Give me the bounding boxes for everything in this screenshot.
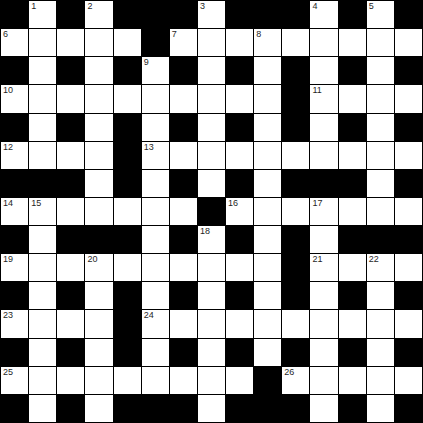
black-cell — [85, 226, 112, 253]
grid-cell[interactable] — [85, 310, 112, 337]
grid-cell[interactable] — [367, 367, 394, 394]
grid-cell[interactable] — [170, 198, 197, 225]
grid-cell[interactable] — [29, 254, 56, 281]
grid-cell[interactable] — [254, 85, 281, 112]
grid-cell[interactable]: 20 — [85, 254, 112, 281]
grid-cell[interactable] — [339, 142, 366, 169]
black-cell — [57, 1, 84, 28]
black-cell — [1, 114, 28, 141]
grid-cell[interactable] — [395, 142, 422, 169]
grid-cell[interactable] — [254, 254, 281, 281]
black-cell — [395, 57, 422, 84]
black-cell — [226, 1, 253, 28]
grid-cell[interactable] — [254, 170, 281, 197]
black-cell — [142, 395, 169, 422]
grid-cell[interactable] — [198, 339, 225, 366]
black-cell — [142, 1, 169, 28]
black-cell — [339, 395, 366, 422]
black-cell — [114, 57, 141, 84]
grid-cell[interactable] — [367, 198, 394, 225]
grid-cell[interactable] — [282, 29, 309, 56]
grid-cell[interactable] — [29, 310, 56, 337]
grid-cell[interactable] — [57, 367, 84, 394]
grid-cell[interactable] — [226, 29, 253, 56]
grid-cell[interactable] — [367, 282, 394, 309]
grid-cell[interactable] — [395, 367, 422, 394]
black-cell — [57, 226, 84, 253]
grid-cell[interactable] — [142, 282, 169, 309]
grid-cell[interactable] — [114, 29, 141, 56]
grid-cell[interactable] — [29, 85, 56, 112]
grid-cell[interactable] — [198, 142, 225, 169]
clue-number: 19 — [3, 254, 13, 265]
black-cell — [57, 57, 84, 84]
grid-cell[interactable] — [85, 57, 112, 84]
black-cell — [226, 282, 253, 309]
grid-cell[interactable]: 18 — [198, 226, 225, 253]
black-cell — [114, 170, 141, 197]
grid-cell[interactable] — [142, 198, 169, 225]
clue-number: 21 — [312, 254, 322, 265]
grid-cell[interactable] — [310, 226, 337, 253]
grid-cell[interactable]: 16 — [226, 198, 253, 225]
grid-cell[interactable] — [310, 29, 337, 56]
grid-cell[interactable] — [114, 85, 141, 112]
grid-cell[interactable]: 3 — [198, 1, 225, 28]
black-cell — [170, 1, 197, 28]
grid-cell[interactable] — [57, 85, 84, 112]
grid-cell[interactable] — [367, 142, 394, 169]
black-cell — [395, 170, 422, 197]
grid-cell[interactable] — [367, 29, 394, 56]
black-cell — [170, 395, 197, 422]
black-cell — [170, 57, 197, 84]
grid-cell[interactable]: 19 — [1, 254, 28, 281]
grid-cell[interactable]: 10 — [1, 85, 28, 112]
grid-cell[interactable] — [170, 142, 197, 169]
grid-cell[interactable] — [85, 198, 112, 225]
grid-cell[interactable] — [226, 310, 253, 337]
grid-cell[interactable] — [226, 142, 253, 169]
black-cell — [57, 114, 84, 141]
black-cell — [114, 339, 141, 366]
grid-cell[interactable]: 15 — [29, 198, 56, 225]
black-cell — [1, 1, 28, 28]
grid-cell[interactable] — [85, 114, 112, 141]
black-cell — [114, 1, 141, 28]
grid-cell[interactable] — [29, 57, 56, 84]
black-cell — [339, 1, 366, 28]
grid-cell[interactable] — [395, 310, 422, 337]
clue-number: 6 — [3, 29, 8, 40]
grid-cell[interactable] — [310, 142, 337, 169]
grid-cell[interactable] — [142, 367, 169, 394]
grid-cell[interactable] — [198, 254, 225, 281]
grid-cell[interactable] — [310, 57, 337, 84]
black-cell — [395, 395, 422, 422]
grid-cell[interactable] — [198, 310, 225, 337]
grid-cell[interactable] — [395, 85, 422, 112]
grid-cell[interactable] — [198, 282, 225, 309]
grid-cell[interactable] — [29, 395, 56, 422]
clue-number: 20 — [87, 254, 97, 265]
grid-cell[interactable]: 4 — [310, 1, 337, 28]
black-cell — [226, 170, 253, 197]
grid-cell[interactable]: 14 — [1, 198, 28, 225]
grid-cell[interactable]: 7 — [170, 29, 197, 56]
grid-cell[interactable] — [339, 29, 366, 56]
grid-cell[interactable] — [142, 85, 169, 112]
grid-cell[interactable] — [198, 114, 225, 141]
grid-cell[interactable] — [29, 29, 56, 56]
clue-number: 17 — [312, 198, 322, 209]
clue-number: 16 — [228, 198, 238, 209]
grid-cell[interactable] — [339, 85, 366, 112]
black-cell — [1, 170, 28, 197]
grid-cell[interactable] — [367, 339, 394, 366]
clue-number: 22 — [369, 254, 379, 265]
grid-cell[interactable] — [170, 367, 197, 394]
black-cell — [395, 339, 422, 366]
black-cell — [282, 254, 309, 281]
black-cell — [1, 226, 28, 253]
grid-cell[interactable] — [198, 395, 225, 422]
grid-cell[interactable] — [339, 367, 366, 394]
grid-cell[interactable] — [339, 310, 366, 337]
grid-cell[interactable] — [339, 254, 366, 281]
black-cell — [254, 395, 281, 422]
clue-number: 26 — [284, 367, 294, 378]
black-cell — [254, 367, 281, 394]
black-cell — [114, 114, 141, 141]
black-cell — [282, 395, 309, 422]
grid-cell[interactable] — [198, 29, 225, 56]
black-cell — [198, 198, 225, 225]
grid-cell[interactable] — [29, 142, 56, 169]
grid-cell[interactable]: 24 — [142, 310, 169, 337]
black-cell — [226, 114, 253, 141]
black-cell — [310, 170, 337, 197]
black-cell — [170, 282, 197, 309]
black-cell — [57, 339, 84, 366]
clue-number: 1 — [31, 1, 36, 12]
black-cell — [170, 170, 197, 197]
grid-cell[interactable] — [85, 367, 112, 394]
grid-cell[interactable] — [282, 310, 309, 337]
grid-cell[interactable]: 1 — [29, 1, 56, 28]
black-cell — [226, 226, 253, 253]
grid-cell[interactable] — [29, 114, 56, 141]
black-cell — [254, 1, 281, 28]
grid-cell[interactable] — [142, 114, 169, 141]
grid-cell[interactable]: 25 — [1, 367, 28, 394]
clue-number: 7 — [172, 29, 177, 40]
black-cell — [226, 395, 253, 422]
grid-cell[interactable] — [367, 395, 394, 422]
clue-number: 3 — [200, 1, 205, 12]
grid-cell[interactable] — [198, 170, 225, 197]
black-cell — [282, 57, 309, 84]
grid-cell[interactable] — [226, 254, 253, 281]
grid-cell[interactable] — [395, 29, 422, 56]
grid-cell[interactable] — [226, 367, 253, 394]
grid-cell[interactable] — [57, 198, 84, 225]
grid-cell[interactable] — [57, 142, 84, 169]
grid-cell[interactable] — [254, 310, 281, 337]
grid-cell[interactable] — [367, 85, 394, 112]
black-cell — [170, 339, 197, 366]
grid-cell[interactable] — [198, 367, 225, 394]
grid-cell[interactable]: 23 — [1, 310, 28, 337]
clue-number: 23 — [3, 310, 13, 321]
grid-cell[interactable] — [198, 85, 225, 112]
black-cell — [339, 57, 366, 84]
black-cell — [395, 282, 422, 309]
grid-cell[interactable]: 13 — [142, 142, 169, 169]
clue-number: 18 — [200, 226, 210, 237]
black-cell — [395, 1, 422, 28]
black-cell — [282, 1, 309, 28]
crossword-grid: 1234567891011121314151617181920212223242… — [0, 0, 423, 423]
black-cell — [395, 226, 422, 253]
grid-cell[interactable] — [142, 226, 169, 253]
clue-number: 2 — [87, 1, 92, 12]
grid-cell[interactable] — [367, 57, 394, 84]
grid-cell[interactable] — [85, 85, 112, 112]
black-cell — [367, 226, 394, 253]
grid-cell[interactable] — [254, 282, 281, 309]
black-cell — [57, 395, 84, 422]
black-cell — [226, 339, 253, 366]
clue-number: 4 — [312, 1, 317, 12]
black-cell — [395, 114, 422, 141]
clue-number: 10 — [3, 85, 13, 96]
grid-cell[interactable] — [85, 395, 112, 422]
clue-number: 15 — [31, 198, 41, 209]
black-cell — [226, 57, 253, 84]
grid-cell[interactable]: 11 — [310, 85, 337, 112]
grid-cell[interactable] — [85, 142, 112, 169]
grid-cell[interactable]: 8 — [254, 29, 281, 56]
black-cell — [339, 282, 366, 309]
grid-cell[interactable]: 26 — [282, 367, 309, 394]
grid-cell[interactable] — [170, 310, 197, 337]
clue-number: 25 — [3, 367, 13, 378]
grid-cell[interactable] — [310, 339, 337, 366]
clue-number: 14 — [3, 198, 13, 209]
black-cell — [142, 29, 169, 56]
crossword-board: 1234567891011121314151617181920212223242… — [0, 0, 423, 423]
clue-number: 9 — [144, 57, 149, 68]
black-cell — [282, 226, 309, 253]
black-cell — [170, 114, 197, 141]
clue-number: 13 — [144, 142, 154, 153]
grid-cell[interactable]: 6 — [1, 29, 28, 56]
black-cell — [114, 142, 141, 169]
grid-cell[interactable] — [57, 310, 84, 337]
grid-cell[interactable] — [170, 85, 197, 112]
grid-cell[interactable] — [114, 198, 141, 225]
black-cell — [170, 226, 197, 253]
grid-cell[interactable]: 22 — [367, 254, 394, 281]
black-cell — [1, 395, 28, 422]
grid-cell[interactable] — [282, 142, 309, 169]
grid-cell[interactable]: 21 — [310, 254, 337, 281]
grid-cell[interactable] — [85, 170, 112, 197]
grid-cell[interactable]: 17 — [310, 198, 337, 225]
grid-cell[interactable] — [29, 367, 56, 394]
grid-cell[interactable] — [85, 282, 112, 309]
grid-cell[interactable] — [29, 226, 56, 253]
grid-cell[interactable] — [395, 198, 422, 225]
black-cell — [1, 282, 28, 309]
grid-cell[interactable] — [170, 254, 197, 281]
grid-cell[interactable] — [395, 254, 422, 281]
grid-cell[interactable] — [85, 339, 112, 366]
black-cell — [1, 57, 28, 84]
clue-number: 8 — [256, 29, 261, 40]
clue-number: 5 — [369, 1, 374, 12]
black-cell — [282, 339, 309, 366]
grid-cell[interactable] — [367, 114, 394, 141]
grid-cell[interactable] — [339, 198, 366, 225]
clue-number: 11 — [312, 85, 321, 96]
clue-number: 12 — [3, 142, 13, 153]
black-cell — [339, 170, 366, 197]
grid-cell[interactable]: 2 — [85, 1, 112, 28]
black-cell — [114, 282, 141, 309]
grid-cell[interactable] — [29, 339, 56, 366]
black-cell — [339, 339, 366, 366]
grid-cell[interactable] — [254, 57, 281, 84]
grid-cell[interactable] — [254, 142, 281, 169]
grid-cell[interactable] — [254, 198, 281, 225]
black-cell — [1, 339, 28, 366]
grid-cell[interactable] — [310, 310, 337, 337]
grid-cell[interactable] — [226, 85, 253, 112]
grid-cell[interactable] — [310, 395, 337, 422]
black-cell — [29, 170, 56, 197]
grid-cell[interactable] — [57, 29, 84, 56]
grid-cell[interactable] — [254, 114, 281, 141]
grid-cell[interactable]: 12 — [1, 142, 28, 169]
grid-cell[interactable] — [142, 170, 169, 197]
grid-cell[interactable] — [29, 282, 56, 309]
black-cell — [282, 85, 309, 112]
grid-cell[interactable] — [310, 282, 337, 309]
grid-cell[interactable] — [57, 254, 84, 281]
grid-cell[interactable] — [367, 310, 394, 337]
grid-cell[interactable] — [254, 339, 281, 366]
grid-cell[interactable] — [310, 114, 337, 141]
black-cell — [282, 170, 309, 197]
grid-cell[interactable] — [114, 367, 141, 394]
grid-cell[interactable] — [310, 367, 337, 394]
black-cell — [57, 170, 84, 197]
grid-cell[interactable]: 5 — [367, 1, 394, 28]
grid-cell[interactable] — [254, 226, 281, 253]
black-cell — [114, 395, 141, 422]
black-cell — [114, 310, 141, 337]
black-cell — [282, 282, 309, 309]
grid-cell[interactable] — [282, 198, 309, 225]
grid-cell[interactable] — [114, 254, 141, 281]
black-cell — [339, 226, 366, 253]
grid-cell[interactable] — [198, 57, 225, 84]
grid-cell[interactable]: 9 — [142, 57, 169, 84]
black-cell — [114, 226, 141, 253]
black-cell — [339, 114, 366, 141]
grid-cell[interactable] — [142, 339, 169, 366]
black-cell — [57, 282, 84, 309]
grid-cell[interactable] — [142, 254, 169, 281]
grid-cell[interactable] — [85, 29, 112, 56]
clue-number: 24 — [144, 310, 154, 321]
grid-cell[interactable] — [367, 170, 394, 197]
black-cell — [282, 114, 309, 141]
